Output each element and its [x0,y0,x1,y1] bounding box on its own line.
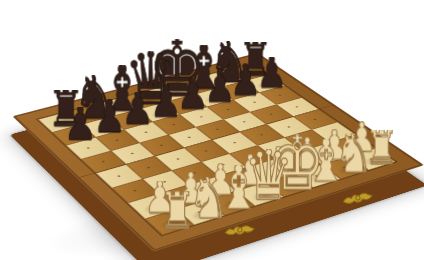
piece-black-pawn-b7[interactable]: ♟ [93,99,126,133]
chess-set-photo: ♜♞♝♛♚♝♞♜♟♟♟♟♟♟♟♟♟♟♟♟♟♟♟♟♜♞♝♛♚♝♞♜ [0,0,424,260]
piece-white-rook-a1[interactable]: ♜ [159,191,196,229]
piece-black-pawn-d7[interactable]: ♟ [149,84,181,118]
piece-black-pawn-c7[interactable]: ♟ [121,91,153,125]
chess-board: ♜♞♝♛♚♝♞♜♟♟♟♟♟♟♟♟♟♟♟♟♟♟♟♟♜♞♝♛♚♝♞♜ [12,53,424,252]
piece-black-pawn-a7[interactable]: ♟ [64,106,97,141]
board-scene: ♜♞♝♛♚♝♞♜♟♟♟♟♟♟♟♟♟♟♟♟♟♟♟♟♜♞♝♛♚♝♞♜ [0,0,424,260]
